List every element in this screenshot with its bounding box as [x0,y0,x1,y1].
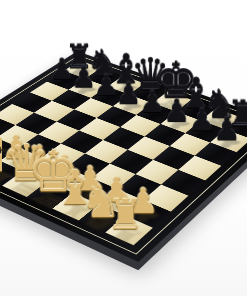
board-surface: ♜♜♞♞♝♝♛♛♚♚♝♝♞♞♜♜♟♟♟♟♟♟♟♟♟♟♟♟♟♟♟♟♟♟♟♟♟♟♟♟… [0,51,247,262]
piece-white-rook: ♜ [107,196,141,235]
piece-black-pawn: ♟ [212,114,242,144]
chess-board[interactable]: ♜♜♞♞♝♝♛♛♚♚♝♝♞♞♜♜♟♟♟♟♟♟♟♟♟♟♟♟♟♟♟♟♟♟♟♟♟♟♟♟… [0,51,247,262]
product-photo-scene: ♜♜♞♞♝♝♛♛♚♚♝♝♞♞♜♜♟♟♟♟♟♟♟♟♟♟♟♟♟♟♟♟♟♟♟♟♟♟♟♟… [0,0,247,296]
